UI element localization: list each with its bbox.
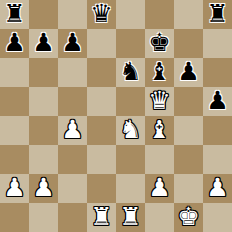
square-h3[interactable] (203, 145, 232, 174)
square-g6[interactable]: ♟ (174, 58, 203, 87)
square-b2[interactable]: ♟ (29, 174, 58, 203)
square-f6[interactable]: ♝ (145, 58, 174, 87)
square-e4[interactable]: ♞ (116, 116, 145, 145)
square-c3[interactable] (58, 145, 87, 174)
square-f8[interactable] (145, 0, 174, 29)
square-h2[interactable]: ♟ (203, 174, 232, 203)
square-a8[interactable]: ♜ (0, 0, 29, 29)
white-queen[interactable]: ♛ (148, 86, 170, 115)
black-pawn[interactable]: ♟ (206, 86, 228, 115)
square-h7[interactable] (203, 29, 232, 58)
chess-board: ♜♛♜♟♟♟♚♞♝♟♛♟♟♞♝♟♟♟♟♜♜♚ (0, 0, 232, 232)
white-king[interactable]: ♚ (177, 202, 199, 231)
white-pawn[interactable]: ♟ (148, 173, 170, 202)
square-c5[interactable] (58, 87, 87, 116)
white-knight[interactable]: ♞ (119, 115, 141, 144)
square-e1[interactable]: ♜ (116, 203, 145, 232)
square-e3[interactable] (116, 145, 145, 174)
black-pawn[interactable]: ♟ (3, 28, 25, 57)
square-d2[interactable] (87, 174, 116, 203)
square-g1[interactable]: ♚ (174, 203, 203, 232)
square-f2[interactable]: ♟ (145, 174, 174, 203)
square-h4[interactable] (203, 116, 232, 145)
square-a5[interactable] (0, 87, 29, 116)
square-b7[interactable]: ♟ (29, 29, 58, 58)
square-c4[interactable]: ♟ (58, 116, 87, 145)
square-a7[interactable]: ♟ (0, 29, 29, 58)
black-rook[interactable]: ♜ (206, 0, 228, 28)
square-a2[interactable]: ♟ (0, 174, 29, 203)
square-b4[interactable] (29, 116, 58, 145)
square-g8[interactable] (174, 0, 203, 29)
black-knight[interactable]: ♞ (119, 57, 141, 86)
square-g7[interactable] (174, 29, 203, 58)
square-f5[interactable]: ♛ (145, 87, 174, 116)
square-h8[interactable]: ♜ (203, 0, 232, 29)
square-c7[interactable]: ♟ (58, 29, 87, 58)
square-e6[interactable]: ♞ (116, 58, 145, 87)
square-d6[interactable] (87, 58, 116, 87)
square-c8[interactable] (58, 0, 87, 29)
white-pawn[interactable]: ♟ (3, 173, 25, 202)
square-b6[interactable] (29, 58, 58, 87)
square-a6[interactable] (0, 58, 29, 87)
square-e5[interactable] (116, 87, 145, 116)
black-queen[interactable]: ♛ (90, 0, 112, 28)
black-pawn[interactable]: ♟ (61, 28, 83, 57)
square-g4[interactable] (174, 116, 203, 145)
square-d7[interactable] (87, 29, 116, 58)
white-rook[interactable]: ♜ (119, 202, 141, 231)
square-b3[interactable] (29, 145, 58, 174)
square-f1[interactable] (145, 203, 174, 232)
black-pawn[interactable]: ♟ (177, 57, 199, 86)
square-a4[interactable] (0, 116, 29, 145)
square-c6[interactable] (58, 58, 87, 87)
square-h1[interactable] (203, 203, 232, 232)
square-g2[interactable] (174, 174, 203, 203)
black-bishop[interactable]: ♝ (148, 57, 170, 86)
white-pawn[interactable]: ♟ (61, 115, 83, 144)
square-f4[interactable]: ♝ (145, 116, 174, 145)
square-g3[interactable] (174, 145, 203, 174)
square-a3[interactable] (0, 145, 29, 174)
square-h5[interactable]: ♟ (203, 87, 232, 116)
white-bishop[interactable]: ♝ (148, 115, 170, 144)
square-g5[interactable] (174, 87, 203, 116)
square-d8[interactable]: ♛ (87, 0, 116, 29)
square-d5[interactable] (87, 87, 116, 116)
square-a1[interactable] (0, 203, 29, 232)
square-c1[interactable] (58, 203, 87, 232)
square-c2[interactable] (58, 174, 87, 203)
black-king[interactable]: ♚ (148, 28, 170, 57)
white-rook[interactable]: ♜ (90, 202, 112, 231)
white-pawn[interactable]: ♟ (32, 173, 54, 202)
square-e8[interactable] (116, 0, 145, 29)
square-b5[interactable] (29, 87, 58, 116)
square-f3[interactable] (145, 145, 174, 174)
square-d3[interactable] (87, 145, 116, 174)
square-h6[interactable] (203, 58, 232, 87)
square-b8[interactable] (29, 0, 58, 29)
black-pawn[interactable]: ♟ (32, 28, 54, 57)
square-d4[interactable] (87, 116, 116, 145)
black-rook[interactable]: ♜ (3, 0, 25, 28)
square-f7[interactable]: ♚ (145, 29, 174, 58)
square-e2[interactable] (116, 174, 145, 203)
square-d1[interactable]: ♜ (87, 203, 116, 232)
square-e7[interactable] (116, 29, 145, 58)
square-b1[interactable] (29, 203, 58, 232)
white-pawn[interactable]: ♟ (206, 173, 228, 202)
